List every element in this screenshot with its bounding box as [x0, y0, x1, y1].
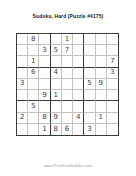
- sudoku-cell-r8c3: 8: [39, 113, 50, 124]
- sudoku-cell-r9c1: [17, 124, 28, 135]
- sudoku-cell-r4c3: [39, 68, 50, 79]
- sudoku-cell-r6c6: [73, 90, 84, 101]
- sudoku-cell-r7c8: [96, 101, 107, 112]
- footer-url: www.PrintFreeSudoku.com: [0, 163, 136, 168]
- sudoku-cell-r7c2: 5: [28, 101, 39, 112]
- sudoku-cell-r9c3: 1: [39, 124, 50, 135]
- sudoku-cell-r6c5: [62, 90, 73, 101]
- sudoku-cell-r7c6: [73, 101, 84, 112]
- sudoku-cell-r6c8: [96, 90, 107, 101]
- sudoku-cell-r8c8: 1: [96, 113, 107, 124]
- sudoku-cell-r2c6: [73, 45, 84, 56]
- sudoku-grid: 8135717643359915289411863: [16, 33, 119, 136]
- sudoku-cell-r1c4: [51, 34, 62, 45]
- sudoku-cell-r4c5: [62, 68, 73, 79]
- sudoku-cell-r8c9: [107, 113, 118, 124]
- sudoku-cell-r6c2: [28, 90, 39, 101]
- sudoku-cell-r8c1: 2: [17, 113, 28, 124]
- sudoku-cell-r4c1: [17, 68, 28, 79]
- sudoku-cell-r2c9: [107, 45, 118, 56]
- sudoku-cell-r4c8: [96, 68, 107, 79]
- sudoku-cell-r9c7: 3: [84, 124, 95, 135]
- sudoku-cell-r4c7: [84, 68, 95, 79]
- sudoku-cell-r1c8: [96, 34, 107, 45]
- sudoku-cell-r3c4: [51, 56, 62, 67]
- sudoku-cell-r2c8: [96, 45, 107, 56]
- sudoku-cell-r8c5: [62, 113, 73, 124]
- sudoku-cell-r8c7: [84, 113, 95, 124]
- sudoku-cell-r5c6: [73, 79, 84, 90]
- sudoku-cell-r3c1: [17, 56, 28, 67]
- sudoku-cell-r3c7: [84, 56, 95, 67]
- sudoku-cell-r3c8: [96, 56, 107, 67]
- sudoku-cell-r5c3: [39, 79, 50, 90]
- sudoku-cell-r2c3: 3: [39, 45, 50, 56]
- sudoku-cell-r8c2: [28, 113, 39, 124]
- sudoku-cell-r3c2: 1: [28, 56, 39, 67]
- sudoku-cell-r9c8: [96, 124, 107, 135]
- sudoku-cell-r1c6: [73, 34, 84, 45]
- sudoku-cell-r8c4: 9: [51, 113, 62, 124]
- sudoku-cell-r3c6: [73, 56, 84, 67]
- sudoku-cell-r3c9: 7: [107, 56, 118, 67]
- sudoku-cell-r9c6: [73, 124, 84, 135]
- sudoku-cell-r1c7: [84, 34, 95, 45]
- sudoku-cell-r1c1: [17, 34, 28, 45]
- sudoku-cell-r7c9: [107, 101, 118, 112]
- sudoku-cell-r5c9: [107, 79, 118, 90]
- sudoku-cell-r1c2: 8: [28, 34, 39, 45]
- sudoku-cell-r6c4: 1: [51, 90, 62, 101]
- sudoku-cell-r6c7: [84, 90, 95, 101]
- sudoku-cell-r9c5: 6: [62, 124, 73, 135]
- sudoku-cell-r5c5: [62, 79, 73, 90]
- sudoku-cell-r3c5: [62, 56, 73, 67]
- sudoku-cell-r8c6: 4: [73, 113, 84, 124]
- sudoku-cell-r4c9: 3: [107, 68, 118, 79]
- sudoku-cell-r3c3: [39, 56, 50, 67]
- sudoku-cell-r7c3: [39, 101, 50, 112]
- sudoku-cell-r6c3: 9: [39, 90, 50, 101]
- sudoku-cell-r9c9: [107, 124, 118, 135]
- sudoku-cell-r1c3: [39, 34, 50, 45]
- sudoku-cell-r5c4: [51, 79, 62, 90]
- sudoku-cell-r4c4: 4: [51, 68, 62, 79]
- sudoku-cell-r4c6: [73, 68, 84, 79]
- sudoku-cell-r7c1: [17, 101, 28, 112]
- sudoku-cell-r2c2: [28, 45, 39, 56]
- puzzle-title: Sudoku, Hard (Puzzle #4175): [0, 13, 136, 19]
- sudoku-cell-r4c2: 6: [28, 68, 39, 79]
- sudoku-cell-r2c5: 7: [62, 45, 73, 56]
- sudoku-cell-r6c9: [107, 90, 118, 101]
- sudoku-cell-r1c9: [107, 34, 118, 45]
- sudoku-cell-r9c2: [28, 124, 39, 135]
- sudoku-cell-r1c5: 1: [62, 34, 73, 45]
- sudoku-cell-r2c4: 5: [51, 45, 62, 56]
- sudoku-cell-r7c5: [62, 101, 73, 112]
- sudoku-cell-r6c1: [17, 90, 28, 101]
- sudoku-cell-r9c4: 8: [51, 124, 62, 135]
- sudoku-cell-r5c7: 5: [84, 79, 95, 90]
- sudoku-cell-r2c1: [17, 45, 28, 56]
- sudoku-cell-r2c7: [84, 45, 95, 56]
- sudoku-cell-r7c7: [84, 101, 95, 112]
- sudoku-cell-r7c4: [51, 101, 62, 112]
- sudoku-cell-r5c2: [28, 79, 39, 90]
- sudoku-cell-r5c8: 9: [96, 79, 107, 90]
- sudoku-page: Sudoku, Hard (Puzzle #4175) 813571764335…: [0, 0, 136, 176]
- sudoku-cell-r5c1: 3: [17, 79, 28, 90]
